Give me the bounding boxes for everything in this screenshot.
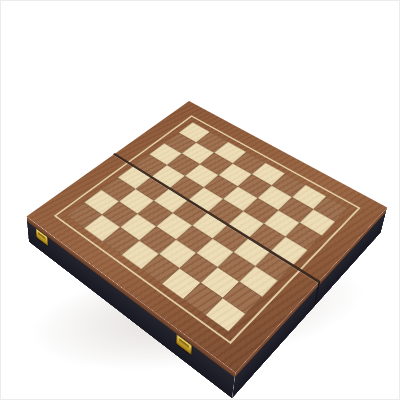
scene: ♜♞♝♛♚♝♞♜♟♟♟♟♟♟♟♟♟♟♟♟♟♟♟♟♜♞♝♛♚♝♞♜ [0, 0, 400, 400]
board-surface: ♜♞♝♛♚♝♞♜♟♟♟♟♟♟♟♟♟♟♟♟♟♟♟♟♜♞♝♛♚♝♞♜ [26, 101, 387, 372]
chess-board: ♜♞♝♛♚♝♞♜♟♟♟♟♟♟♟♟♟♟♟♟♟♟♟♟♜♞♝♛♚♝♞♜ [26, 101, 387, 372]
brass-latch-icon [36, 228, 48, 246]
chess-set-photo: ♜♞♝♛♚♝♞♜♟♟♟♟♟♟♟♟♟♟♟♟♟♟♟♟♜♞♝♛♚♝♞♜ [0, 0, 400, 400]
